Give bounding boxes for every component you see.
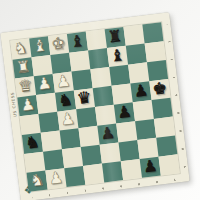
square-b5[interactable] [36, 93, 57, 114]
square-f2[interactable] [118, 140, 139, 161]
square-f7[interactable]: ♝ [107, 46, 128, 67]
white-knight[interactable]: ♞ [29, 171, 45, 189]
white-queen[interactable]: ♛ [17, 77, 33, 95]
square-a5[interactable]: ♟ [17, 95, 38, 116]
square-b6[interactable]: ♟ [34, 74, 55, 95]
square-b3[interactable] [41, 130, 62, 151]
square-g1[interactable]: ♟ [140, 157, 161, 178]
square-f6[interactable] [109, 65, 130, 86]
square-c4[interactable]: ♟ [57, 109, 78, 130]
square-c2[interactable] [62, 147, 83, 168]
square-g5[interactable]: ♟ [130, 81, 151, 102]
square-e1[interactable] [102, 161, 123, 182]
square-e6[interactable] [90, 67, 111, 88]
square-d3[interactable] [78, 126, 99, 147]
square-g4[interactable] [133, 100, 154, 121]
board-grid: ♞♝♚♝♜♜♝♛♟♟♟♞♛♟♚♟♟♞♟♞♟♟ [10, 22, 179, 191]
square-c1[interactable] [64, 166, 85, 187]
square-d2[interactable] [81, 145, 102, 166]
white-bishop[interactable]: ♝ [32, 37, 48, 55]
square-c3[interactable] [60, 128, 81, 149]
chess-board: US CHESS ❖ ♞♝♚♝♜♜♝♛♟♟♟♞♛♟♚♟♟♞♟♞♟♟ [0, 12, 189, 200]
square-e8[interactable] [86, 29, 107, 50]
square-f4[interactable]: ♟ [114, 102, 135, 123]
square-e5[interactable] [93, 86, 114, 107]
black-pawn[interactable]: ♟ [116, 103, 132, 121]
square-d4[interactable] [76, 107, 97, 128]
white-pawn[interactable]: ♟ [20, 96, 36, 114]
square-g3[interactable] [135, 119, 156, 140]
black-pawn[interactable]: ♟ [133, 82, 149, 100]
white-pawn[interactable]: ♟ [36, 75, 52, 93]
square-h7[interactable] [145, 41, 166, 62]
black-bishop[interactable]: ♝ [109, 47, 125, 65]
square-h4[interactable] [152, 98, 173, 119]
square-e7[interactable] [88, 48, 109, 69]
square-a1[interactable]: ♞ [27, 171, 48, 192]
white-king[interactable]: ♚ [50, 35, 66, 53]
square-b8[interactable]: ♝ [29, 36, 50, 57]
square-d8[interactable]: ♝ [67, 32, 88, 53]
black-queen[interactable]: ♛ [76, 89, 92, 107]
square-f1[interactable] [121, 159, 142, 180]
square-h8[interactable] [142, 22, 163, 43]
square-h3[interactable] [154, 117, 175, 138]
square-h5[interactable]: ♚ [149, 79, 170, 100]
square-b4[interactable] [38, 112, 59, 133]
white-pawn[interactable]: ♟ [48, 169, 64, 187]
white-rook[interactable]: ♜ [15, 58, 31, 76]
square-e3[interactable]: ♟ [97, 124, 118, 145]
square-a3[interactable]: ♞ [22, 133, 43, 154]
black-king[interactable]: ♚ [152, 80, 168, 98]
black-bishop[interactable]: ♝ [69, 32, 85, 50]
photo-background: US CHESS ❖ ♞♝♚♝♜♜♝♛♟♟♟♞♛♟♚♟♟♞♟♞♟♟ [0, 0, 200, 200]
square-g8[interactable] [123, 25, 144, 46]
square-d5[interactable]: ♛ [74, 88, 95, 109]
square-h1[interactable] [159, 154, 180, 175]
black-pawn[interactable]: ♟ [142, 157, 158, 175]
white-pawn[interactable]: ♟ [60, 110, 76, 128]
square-g7[interactable] [126, 43, 147, 64]
black-rook[interactable]: ♜ [107, 28, 123, 46]
square-c8[interactable]: ♚ [48, 34, 69, 55]
black-knight[interactable]: ♞ [57, 91, 73, 109]
black-pawn[interactable]: ♟ [100, 124, 116, 142]
square-d1[interactable] [83, 164, 104, 185]
white-pawn[interactable]: ♟ [55, 72, 71, 90]
square-f3[interactable] [116, 121, 137, 142]
square-d7[interactable] [69, 50, 90, 71]
black-knight[interactable]: ♞ [24, 134, 40, 152]
square-h2[interactable] [156, 135, 177, 156]
square-b1[interactable]: ♟ [45, 168, 66, 189]
white-knight[interactable]: ♞ [13, 39, 29, 57]
square-e2[interactable] [100, 142, 121, 163]
